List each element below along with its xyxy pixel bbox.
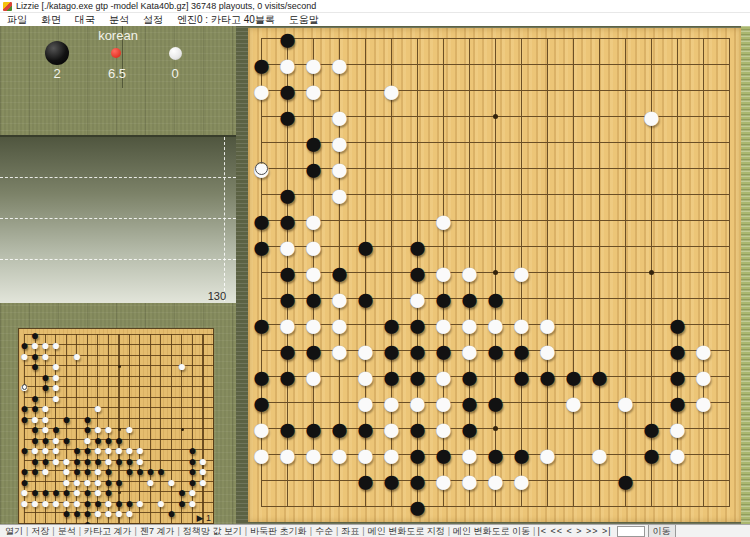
side-panel: korean 2 6.5 0 130 ●●●●●●●●●●●●●●●●●●●●●… [0, 26, 236, 537]
white-stone: ● [187, 497, 198, 508]
black-stone: ● [124, 466, 135, 477]
black-stone: ● [19, 413, 30, 424]
lizzie-app-icon [3, 2, 12, 11]
white-stone: ● [51, 340, 62, 351]
white-stone: ● [639, 104, 665, 130]
hoshi-point [649, 270, 654, 275]
graph-gridline-75 [0, 259, 236, 260]
white-stone: ● [483, 468, 509, 494]
white-stone: ● [114, 508, 125, 519]
white-stone: ● [177, 361, 188, 372]
hoshi-point [493, 114, 498, 119]
toolbar-button-10[interactable]: 메인 변화도로 이동 [450, 525, 533, 537]
white-stone: ● [431, 208, 457, 234]
hoshi-point [118, 428, 121, 431]
white-stone: ● [509, 468, 535, 494]
white-stone: ● [431, 468, 457, 494]
toolbar-button-3[interactable]: 카타고 계가 [81, 525, 135, 537]
white-stone: ● [535, 442, 561, 468]
toolbar-button-0[interactable]: 열기 [2, 525, 26, 537]
black-stone: ● [72, 508, 83, 519]
variation-marker: ▶ 1 [197, 513, 211, 523]
white-stone: ● [301, 364, 327, 390]
white-stone: ● [301, 78, 327, 104]
graph-move-number: 130 [208, 290, 226, 302]
white-captures: 0 [155, 66, 195, 81]
mini-board-grid: ●●●●●●●●●●●●●●●●●●●●●●●●●●●●●●●●●●●●●●●●… [24, 334, 214, 524]
menu-bar: 파일화면대국분석설정엔진0 : 카타고 40블록도움말 [0, 13, 750, 26]
white-stone: ● [51, 455, 62, 466]
graph-gridline-50 [0, 218, 236, 219]
white-stone: ● [51, 497, 62, 508]
move-number-input[interactable] [617, 526, 645, 537]
white-stone: ● [40, 350, 51, 361]
main-board-grid: ●●●●●●●●●●●●●●●●●●●●●●●●●●●●●●●●●●●●●●●●… [261, 38, 730, 507]
black-stone: ● [275, 104, 301, 130]
white-stone: ● [249, 78, 275, 104]
toolbar-button-1[interactable]: 저장 [28, 525, 52, 537]
white-stone: ● [40, 466, 51, 477]
white-stone: ● [561, 390, 587, 416]
toolbar-button-6[interactable]: 바둑판 초기화 [247, 525, 310, 537]
white-stone: ● [249, 442, 275, 468]
black-stone: ● [30, 466, 41, 477]
white-stone: ● [327, 182, 353, 208]
white-stone: ● [124, 424, 135, 435]
white-stone: ● [51, 392, 62, 403]
white-stone: ● [40, 497, 51, 508]
white-stone: ● [93, 508, 104, 519]
white-stone: ● [93, 403, 104, 414]
black-stone: ● [166, 508, 177, 519]
white-stone: ● [327, 442, 353, 468]
white-stone: ● [613, 390, 639, 416]
menu-item-3[interactable]: 분석 [102, 13, 136, 27]
white-stone: ● [327, 52, 353, 78]
black-stone: ● [114, 455, 125, 466]
move-navigation-buttons[interactable]: |< << < > >> >| [535, 526, 613, 536]
toolbar-button-4[interactable]: 젠7 계가 [137, 525, 178, 537]
hoshi-point [118, 491, 121, 494]
white-stone: ● [509, 260, 535, 286]
menu-item-5[interactable]: 엔진0 : 카타고 40블록 [170, 13, 282, 27]
mat-strip-right [741, 26, 750, 537]
black-stone: ● [19, 445, 30, 456]
white-stone: ● [124, 508, 135, 519]
white-stone: ● [198, 476, 209, 487]
toolbar-button-8[interactable]: 좌표 [338, 525, 362, 537]
menu-item-2[interactable]: 대국 [68, 13, 102, 27]
ruleset-label: korean [0, 28, 236, 43]
black-stone: ● [135, 466, 146, 477]
komi-dot-icon [111, 48, 121, 58]
black-stone: ● [509, 364, 535, 390]
variation-preview-board[interactable]: ●●●●●●●●●●●●●●●●●●●●●●●●●●●●●●●●●●●●●●●●… [18, 328, 214, 524]
black-stone: ● [613, 468, 639, 494]
black-stone: ● [156, 466, 167, 477]
hoshi-point [493, 270, 498, 275]
black-stone: ● [587, 364, 613, 390]
black-stone: ● [61, 413, 72, 424]
white-stone: ● [103, 508, 114, 519]
hoshi-point [181, 428, 184, 431]
black-stone: ● [275, 364, 301, 390]
black-stone: ● [353, 468, 379, 494]
white-stone: ● [135, 497, 146, 508]
black-stone: ● [353, 286, 379, 312]
bottom-toolbar: 열기|저장|분석|카타고 계가|젠7 계가|정책망 값 보기|바둑판 초기화|수… [0, 524, 750, 537]
white-stone: ● [19, 497, 30, 508]
black-stone: ● [483, 338, 509, 364]
white-stone: ● [327, 338, 353, 364]
board-area: ●●●●●●●●●●●●●●●●●●●●●●●●●●●●●●●●●●●●●●●●… [236, 26, 750, 524]
white-player-stone-icon [169, 47, 182, 60]
hoshi-point [493, 426, 498, 431]
black-stone: ● [535, 364, 561, 390]
menu-item-0[interactable]: 파일 [0, 13, 34, 27]
toolbar-button-2[interactable]: 분석 [55, 525, 79, 537]
window-title: Lizzie [./katago.exe gtp -model Kata40b.… [16, 1, 316, 11]
toolbar-button-9[interactable]: 메인 변화도로 지정 [365, 525, 448, 537]
white-stone: ● [457, 468, 483, 494]
black-stone: ● [405, 494, 431, 520]
last-move-marker [22, 384, 28, 390]
black-player-stone-icon [45, 41, 69, 65]
white-stone: ● [587, 442, 613, 468]
winrate-graph[interactable]: 130 [0, 135, 236, 303]
graph-gridline-25 [0, 177, 236, 178]
komi-value: 6.5 [97, 66, 137, 81]
black-stone: ● [177, 497, 188, 508]
black-stone: ● [379, 468, 405, 494]
lizzie-window: Lizzie [./katago.exe gtp -model Kata40b.… [0, 0, 750, 537]
white-stone: ● [72, 350, 83, 361]
black-stone: ● [30, 361, 41, 372]
black-stone: ● [483, 390, 509, 416]
white-stone: ● [19, 350, 30, 361]
black-stone: ● [249, 312, 275, 338]
black-stone: ● [353, 234, 379, 260]
toolbar-button-7[interactable]: 수순 [312, 525, 336, 537]
black-stone: ● [639, 442, 665, 468]
hoshi-point [118, 365, 121, 368]
main-go-board[interactable]: ●●●●●●●●●●●●●●●●●●●●●●●●●●●●●●●●●●●●●●●●… [248, 28, 741, 522]
black-stone: ● [61, 508, 72, 519]
toolbar-button-5[interactable]: 정책망 값 보기 [180, 525, 245, 537]
black-captures: 2 [37, 66, 77, 81]
white-stone: ● [145, 476, 156, 487]
white-stone: ● [301, 442, 327, 468]
menu-item-4[interactable]: 설정 [136, 13, 170, 27]
menu-item-1[interactable]: 화면 [34, 13, 68, 27]
white-stone: ● [379, 78, 405, 104]
goto-move-button[interactable]: 이동 [648, 524, 676, 537]
white-stone: ● [166, 476, 177, 487]
white-stone: ● [156, 497, 167, 508]
black-stone: ● [40, 382, 51, 393]
white-stone: ● [275, 442, 301, 468]
black-stone: ● [114, 476, 125, 487]
black-stone: ● [61, 434, 72, 445]
black-stone: ● [301, 156, 327, 182]
white-stone: ● [665, 442, 691, 468]
white-stone: ● [691, 390, 717, 416]
white-stone: ● [30, 497, 41, 508]
graph-current-move-line [224, 137, 225, 301]
title-bar: Lizzie [./katago.exe gtp -model Kata40b.… [0, 0, 750, 13]
black-stone: ● [249, 234, 275, 260]
